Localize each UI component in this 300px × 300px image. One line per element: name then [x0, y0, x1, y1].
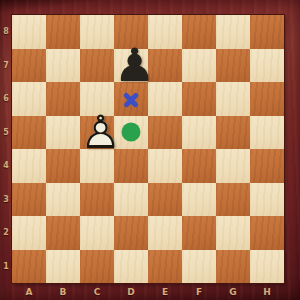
rank-label-4: 4 [0, 149, 12, 183]
square-b8[interactable] [46, 15, 80, 49]
square-f1[interactable] [182, 250, 216, 284]
square-c5[interactable]: ♟♙ [80, 116, 114, 150]
rank-label-8: 8 [0, 15, 12, 49]
black-pawn-glyph: ♟ [114, 42, 148, 88]
rank-label-5: 5 [0, 116, 12, 150]
square-h5[interactable] [250, 116, 284, 150]
square-g6[interactable] [216, 82, 250, 116]
rank-label-1: 1 [0, 250, 12, 284]
square-e3[interactable] [148, 183, 182, 217]
square-g1[interactable] [216, 250, 250, 284]
file-label-A: A [12, 283, 46, 300]
black-pawn-d7[interactable]: ♟ [114, 49, 148, 83]
rank-label-7: 7 [0, 49, 12, 83]
square-c7[interactable] [80, 49, 114, 83]
square-d7[interactable]: ♟ [114, 49, 148, 83]
square-f8[interactable] [182, 15, 216, 49]
square-b3[interactable] [46, 183, 80, 217]
square-g7[interactable] [216, 49, 250, 83]
square-a6[interactable] [12, 82, 46, 116]
square-g5[interactable] [216, 116, 250, 150]
square-f6[interactable] [182, 82, 216, 116]
square-h6[interactable] [250, 82, 284, 116]
square-b6[interactable] [46, 82, 80, 116]
square-f2[interactable] [182, 216, 216, 250]
square-b7[interactable] [46, 49, 80, 83]
square-g4[interactable] [216, 149, 250, 183]
square-a3[interactable] [12, 183, 46, 217]
square-c1[interactable] [80, 250, 114, 284]
file-label-H: H [250, 283, 284, 300]
square-b1[interactable] [46, 250, 80, 284]
chess-diagram: 87654321 ABCDEFGH ♟♟♙ [0, 0, 300, 300]
square-a5[interactable] [12, 116, 46, 150]
square-b4[interactable] [46, 149, 80, 183]
file-label-D: D [114, 283, 148, 300]
square-a4[interactable] [12, 149, 46, 183]
square-h4[interactable] [250, 149, 284, 183]
square-e5[interactable] [148, 116, 182, 150]
square-e2[interactable] [148, 216, 182, 250]
white-pawn-outline-glyph: ♙ [80, 109, 114, 155]
square-c8[interactable] [80, 15, 114, 49]
square-h2[interactable] [250, 216, 284, 250]
square-h8[interactable] [250, 15, 284, 49]
square-d2[interactable] [114, 216, 148, 250]
rank-label-6: 6 [0, 82, 12, 116]
square-a7[interactable] [12, 49, 46, 83]
rank-label-2: 2 [0, 216, 12, 250]
file-label-F: F [182, 283, 216, 300]
square-h3[interactable] [250, 183, 284, 217]
square-c2[interactable] [80, 216, 114, 250]
square-f5[interactable] [182, 116, 216, 150]
file-label-C: C [80, 283, 114, 300]
white-pawn-c5[interactable]: ♟♙ [80, 116, 114, 150]
square-f4[interactable] [182, 149, 216, 183]
cross-marker-d6 [123, 91, 139, 107]
file-label-E: E [148, 283, 182, 300]
square-g2[interactable] [216, 216, 250, 250]
square-h1[interactable] [250, 250, 284, 284]
chess-board: ♟♟♙ [12, 15, 284, 283]
square-g8[interactable] [216, 15, 250, 49]
rank-label-3: 3 [0, 183, 12, 217]
square-e1[interactable] [148, 250, 182, 284]
rank-labels: 87654321 [0, 15, 12, 283]
square-a1[interactable] [12, 250, 46, 284]
square-f3[interactable] [182, 183, 216, 217]
square-a8[interactable] [12, 15, 46, 49]
square-e4[interactable] [148, 149, 182, 183]
file-label-G: G [216, 283, 250, 300]
square-c3[interactable] [80, 183, 114, 217]
dot-marker-d5 [122, 123, 141, 142]
square-b5[interactable] [46, 116, 80, 150]
square-d1[interactable] [114, 250, 148, 284]
file-label-B: B [46, 283, 80, 300]
square-a2[interactable] [12, 216, 46, 250]
square-g3[interactable] [216, 183, 250, 217]
file-labels: ABCDEFGH [12, 283, 284, 300]
square-h7[interactable] [250, 49, 284, 83]
square-d3[interactable] [114, 183, 148, 217]
square-b2[interactable] [46, 216, 80, 250]
square-f7[interactable] [182, 49, 216, 83]
